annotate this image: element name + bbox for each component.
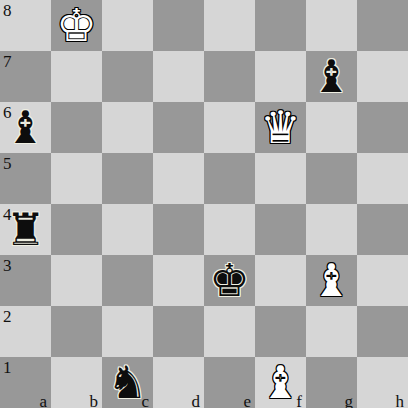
square-c6[interactable] [102, 102, 153, 153]
file-label-h: h [396, 393, 405, 408]
piece-black-bishop-a6[interactable]: ♝ [0, 102, 51, 153]
square-d5[interactable] [153, 153, 204, 204]
square-e6[interactable] [204, 102, 255, 153]
square-h2[interactable] [357, 306, 408, 357]
square-g7[interactable]: ♝ [306, 51, 357, 102]
square-d4[interactable] [153, 204, 204, 255]
piece-white-bishop-g3[interactable]: ♝ [306, 255, 357, 306]
square-b7[interactable] [51, 51, 102, 102]
square-e1[interactable]: e [204, 357, 255, 408]
square-d1[interactable]: d [153, 357, 204, 408]
piece-black-bishop-g7[interactable]: ♝ [306, 51, 357, 102]
square-f1[interactable]: f♝ [255, 357, 306, 408]
file-label-e: e [243, 393, 251, 408]
square-h5[interactable] [357, 153, 408, 204]
chess-board: 8♚7♝6♝♛54♜3♚♝21abc♞def♝gh [0, 0, 408, 408]
square-c4[interactable] [102, 204, 153, 255]
square-h1[interactable]: h [357, 357, 408, 408]
file-label-g: g [345, 393, 354, 408]
square-e5[interactable] [204, 153, 255, 204]
file-label-a: a [39, 393, 47, 408]
square-e3[interactable]: ♚ [204, 255, 255, 306]
square-h4[interactable] [357, 204, 408, 255]
square-f3[interactable] [255, 255, 306, 306]
square-c3[interactable] [102, 255, 153, 306]
square-f6[interactable]: ♛ [255, 102, 306, 153]
rank-label-2: 2 [3, 308, 12, 325]
square-g2[interactable] [306, 306, 357, 357]
rank-label-5: 5 [3, 155, 12, 172]
square-h8[interactable] [357, 0, 408, 51]
rank-label-3: 3 [3, 257, 12, 274]
square-a6[interactable]: 6♝ [0, 102, 51, 153]
piece-white-queen-f6[interactable]: ♛ [255, 102, 306, 153]
square-g6[interactable] [306, 102, 357, 153]
square-b8[interactable]: ♚ [51, 0, 102, 51]
square-c5[interactable] [102, 153, 153, 204]
square-d2[interactable] [153, 306, 204, 357]
file-label-b: b [90, 393, 99, 408]
square-b6[interactable] [51, 102, 102, 153]
piece-black-knight-c1[interactable]: ♞ [102, 357, 153, 408]
square-h6[interactable] [357, 102, 408, 153]
square-f4[interactable] [255, 204, 306, 255]
piece-white-bishop-f1[interactable]: ♝ [255, 357, 306, 408]
square-d3[interactable] [153, 255, 204, 306]
square-g5[interactable] [306, 153, 357, 204]
square-a7[interactable]: 7 [0, 51, 51, 102]
square-f2[interactable] [255, 306, 306, 357]
square-g8[interactable] [306, 0, 357, 51]
chess-diagram: 8♚7♝6♝♛54♜3♚♝21abc♞def♝gh [0, 0, 408, 408]
square-e8[interactable] [204, 0, 255, 51]
square-c8[interactable] [102, 0, 153, 51]
square-b3[interactable] [51, 255, 102, 306]
square-g4[interactable] [306, 204, 357, 255]
square-f7[interactable] [255, 51, 306, 102]
rank-label-7: 7 [3, 53, 12, 70]
square-b2[interactable] [51, 306, 102, 357]
square-a2[interactable]: 2 [0, 306, 51, 357]
square-d6[interactable] [153, 102, 204, 153]
square-f8[interactable] [255, 0, 306, 51]
square-c2[interactable] [102, 306, 153, 357]
square-e2[interactable] [204, 306, 255, 357]
square-b5[interactable] [51, 153, 102, 204]
file-label-d: d [192, 393, 201, 408]
square-a1[interactable]: 1a [0, 357, 51, 408]
piece-white-king-b8[interactable]: ♚ [51, 0, 102, 51]
piece-black-king-e3[interactable]: ♚ [204, 255, 255, 306]
square-e7[interactable] [204, 51, 255, 102]
square-g1[interactable]: g [306, 357, 357, 408]
square-g3[interactable]: ♝ [306, 255, 357, 306]
square-a5[interactable]: 5 [0, 153, 51, 204]
rank-label-1: 1 [3, 359, 12, 376]
square-f5[interactable] [255, 153, 306, 204]
square-a8[interactable]: 8 [0, 0, 51, 51]
square-b1[interactable]: b [51, 357, 102, 408]
square-h3[interactable] [357, 255, 408, 306]
square-a4[interactable]: 4♜ [0, 204, 51, 255]
square-d8[interactable] [153, 0, 204, 51]
square-d7[interactable] [153, 51, 204, 102]
square-a3[interactable]: 3 [0, 255, 51, 306]
square-h7[interactable] [357, 51, 408, 102]
square-c1[interactable]: c♞ [102, 357, 153, 408]
square-b4[interactable] [51, 204, 102, 255]
square-c7[interactable] [102, 51, 153, 102]
rank-label-8: 8 [3, 2, 12, 19]
square-e4[interactable] [204, 204, 255, 255]
piece-black-rook-a4[interactable]: ♜ [0, 204, 51, 255]
